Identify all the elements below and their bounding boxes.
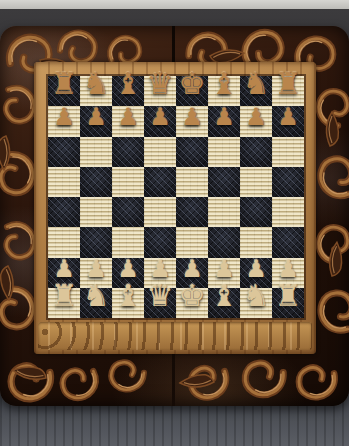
- square-a6[interactable]: [48, 137, 80, 167]
- square-b6[interactable]: [80, 137, 112, 167]
- piece-black-r-h8[interactable]: ♜: [272, 69, 304, 99]
- square-b1[interactable]: ♞: [80, 288, 112, 318]
- square-c5[interactable]: [112, 167, 144, 197]
- piece-white-q-d1[interactable]: ♛: [144, 281, 176, 311]
- square-e6[interactable]: [176, 137, 208, 167]
- square-c6[interactable]: [112, 137, 144, 167]
- square-c1[interactable]: ♝: [112, 288, 144, 318]
- piece-black-p-d7[interactable]: ♟: [144, 102, 176, 132]
- square-h1[interactable]: ♜: [272, 288, 304, 318]
- piece-white-k-e1[interactable]: ♚: [176, 281, 208, 311]
- square-e4[interactable]: [176, 197, 208, 227]
- square-f7[interactable]: ♟: [208, 106, 240, 136]
- piece-black-p-e7[interactable]: ♟: [176, 102, 208, 132]
- square-d4[interactable]: [144, 197, 176, 227]
- square-b4[interactable]: [80, 197, 112, 227]
- square-f6[interactable]: [208, 137, 240, 167]
- square-c4[interactable]: [112, 197, 144, 227]
- piece-black-n-g8[interactable]: ♞: [240, 69, 272, 99]
- piece-black-p-a7[interactable]: ♟: [48, 102, 80, 132]
- piece-white-b-c1[interactable]: ♝: [112, 281, 144, 311]
- piece-black-n-b8[interactable]: ♞: [80, 69, 112, 99]
- chessboard[interactable]: ♜♞♝♛♚♝♞♜♟♟♟♟♟♟♟♟♟♟♟♟♟♟♟♟♜♞♝♛♚♝♞♜: [48, 76, 304, 318]
- square-g1[interactable]: ♞: [240, 288, 272, 318]
- square-d6[interactable]: [144, 137, 176, 167]
- square-a1[interactable]: ♜: [48, 288, 80, 318]
- piece-white-n-b1[interactable]: ♞: [80, 281, 112, 311]
- piece-black-b-f8[interactable]: ♝: [208, 69, 240, 99]
- piece-white-r-a1[interactable]: ♜: [48, 281, 80, 311]
- square-g6[interactable]: [240, 137, 272, 167]
- piece-black-b-c8[interactable]: ♝: [112, 69, 144, 99]
- square-a4[interactable]: [48, 197, 80, 227]
- square-d5[interactable]: [144, 167, 176, 197]
- square-g4[interactable]: [240, 197, 272, 227]
- chess-photo-scene: ♜♞♝♛♚♝♞♜♟♟♟♟♟♟♟♟♟♟♟♟♟♟♟♟♜♞♝♛♚♝♞♜: [0, 0, 349, 446]
- piece-black-p-h7[interactable]: ♟: [272, 102, 304, 132]
- square-h7[interactable]: ♟: [272, 106, 304, 136]
- piece-black-p-g7[interactable]: ♟: [240, 102, 272, 132]
- piece-white-n-g1[interactable]: ♞: [240, 281, 272, 311]
- square-h4[interactable]: [272, 197, 304, 227]
- square-f1[interactable]: ♝: [208, 288, 240, 318]
- square-c7[interactable]: ♟: [112, 106, 144, 136]
- piece-black-k-e8[interactable]: ♚: [176, 69, 208, 99]
- square-e5[interactable]: [176, 167, 208, 197]
- square-e1[interactable]: ♚: [176, 288, 208, 318]
- square-g7[interactable]: ♟: [240, 106, 272, 136]
- square-d7[interactable]: ♟: [144, 106, 176, 136]
- square-a7[interactable]: ♟: [48, 106, 80, 136]
- square-f4[interactable]: [208, 197, 240, 227]
- square-b7[interactable]: ♟: [80, 106, 112, 136]
- square-g5[interactable]: [240, 167, 272, 197]
- piece-white-r-h1[interactable]: ♜: [272, 281, 304, 311]
- square-a5[interactable]: [48, 167, 80, 197]
- piece-black-q-d8[interactable]: ♛: [144, 69, 176, 99]
- piece-black-p-b7[interactable]: ♟: [80, 102, 112, 132]
- square-f5[interactable]: [208, 167, 240, 197]
- square-b5[interactable]: [80, 167, 112, 197]
- piece-white-b-f1[interactable]: ♝: [208, 281, 240, 311]
- piece-black-p-c7[interactable]: ♟: [112, 102, 144, 132]
- square-e7[interactable]: ♟: [176, 106, 208, 136]
- piece-black-p-f7[interactable]: ♟: [208, 102, 240, 132]
- wall-strip: [0, 0, 349, 9]
- piece-black-r-a8[interactable]: ♜: [48, 69, 80, 99]
- square-h5[interactable]: [272, 167, 304, 197]
- carved-vine-rail: [38, 322, 312, 350]
- square-d1[interactable]: ♛: [144, 288, 176, 318]
- square-h6[interactable]: [272, 137, 304, 167]
